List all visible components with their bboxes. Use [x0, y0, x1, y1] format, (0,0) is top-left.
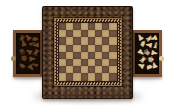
- right-drawer-piece-pawn: ♟: [150, 61, 159, 71]
- square-g1[interactable]: [102, 73, 109, 80]
- square-b7[interactable]: [66, 30, 73, 37]
- square-h6[interactable]: [109, 37, 116, 44]
- square-d2[interactable]: [81, 66, 88, 73]
- square-f3[interactable]: [95, 59, 102, 66]
- square-g7[interactable]: [102, 30, 109, 37]
- square-d3[interactable]: [81, 59, 88, 66]
- right-drawer-knob[interactable]: [159, 56, 164, 61]
- square-e4[interactable]: [88, 52, 95, 59]
- square-h8[interactable]: [109, 23, 116, 30]
- square-g8[interactable]: [102, 23, 109, 30]
- square-d4[interactable]: [81, 52, 88, 59]
- square-b8[interactable]: [66, 23, 73, 30]
- square-g2[interactable]: [102, 66, 109, 73]
- square-f6[interactable]: [95, 37, 102, 44]
- square-a7[interactable]: [59, 30, 66, 37]
- board-inlay-frame: [54, 18, 122, 86]
- square-c5[interactable]: [73, 45, 80, 52]
- square-b3[interactable]: [66, 59, 73, 66]
- square-e7[interactable]: [88, 30, 95, 37]
- square-c8[interactable]: [73, 23, 80, 30]
- square-d5[interactable]: [81, 45, 88, 52]
- square-c7[interactable]: [73, 30, 80, 37]
- square-b1[interactable]: [66, 73, 73, 80]
- left-drawer-pieces: ♜♟♞♟♝♟♛♟♜♚♟♞♟♝: [16, 33, 40, 74]
- square-h5[interactable]: [109, 45, 116, 52]
- square-f2[interactable]: [95, 66, 102, 73]
- square-a6[interactable]: [59, 37, 66, 44]
- square-a8[interactable]: [59, 23, 66, 30]
- square-e6[interactable]: [88, 37, 95, 44]
- square-d6[interactable]: [81, 37, 88, 44]
- square-e5[interactable]: [88, 45, 95, 52]
- square-f5[interactable]: [95, 45, 102, 52]
- square-f8[interactable]: [95, 23, 102, 30]
- chess-table-scene: ♜♟♞♟♝♟♛♟♜♚♟♞♟♝ ♟♜♟♞♟♝♟♛♟♜♚♟♞♟: [0, 0, 175, 105]
- square-g4[interactable]: [102, 52, 109, 59]
- square-b6[interactable]: [66, 37, 73, 44]
- square-g3[interactable]: [102, 59, 109, 66]
- square-f1[interactable]: [95, 73, 102, 80]
- square-h3[interactable]: [109, 59, 116, 66]
- left-drawer-knob[interactable]: [11, 56, 16, 61]
- square-b4[interactable]: [66, 52, 73, 59]
- square-h4[interactable]: [109, 52, 116, 59]
- square-c2[interactable]: [73, 66, 80, 73]
- left-drawer-piece-bishop: ♝: [31, 60, 40, 69]
- square-g5[interactable]: [102, 45, 109, 52]
- left-piece-drawer[interactable]: ♜♟♞♟♝♟♛♟♜♚♟♞♟♝: [13, 30, 43, 77]
- right-drawer-pieces: ♟♜♟♞♟♝♟♛♟♜♚♟♞♟: [135, 33, 159, 74]
- square-c6[interactable]: [73, 37, 80, 44]
- square-a1[interactable]: [59, 73, 66, 80]
- square-f7[interactable]: [95, 30, 102, 37]
- square-a2[interactable]: [59, 66, 66, 73]
- square-e2[interactable]: [88, 66, 95, 73]
- square-h2[interactable]: [109, 66, 116, 73]
- chess-board: [58, 22, 118, 82]
- square-b2[interactable]: [66, 66, 73, 73]
- square-a4[interactable]: [59, 52, 66, 59]
- square-a3[interactable]: [59, 59, 66, 66]
- square-d8[interactable]: [81, 23, 88, 30]
- right-piece-drawer[interactable]: ♟♜♟♞♟♝♟♛♟♜♚♟♞♟: [132, 30, 162, 77]
- carved-table-top: [42, 6, 133, 99]
- square-g6[interactable]: [102, 37, 109, 44]
- square-b5[interactable]: [66, 45, 73, 52]
- square-f4[interactable]: [95, 52, 102, 59]
- square-h1[interactable]: [109, 73, 116, 80]
- square-d7[interactable]: [81, 30, 88, 37]
- square-c1[interactable]: [73, 73, 80, 80]
- square-d1[interactable]: [81, 73, 88, 80]
- square-c3[interactable]: [73, 59, 80, 66]
- square-e8[interactable]: [88, 23, 95, 30]
- square-h7[interactable]: [109, 30, 116, 37]
- square-e3[interactable]: [88, 59, 95, 66]
- square-a5[interactable]: [59, 45, 66, 52]
- square-e1[interactable]: [88, 73, 95, 80]
- square-c4[interactable]: [73, 52, 80, 59]
